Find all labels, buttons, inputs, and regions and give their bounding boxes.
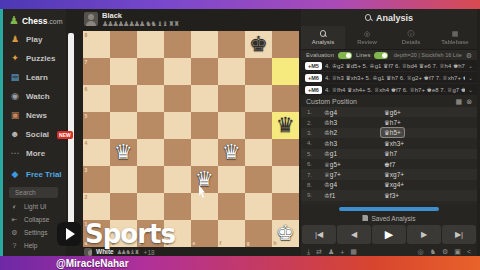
engine-line-moves: 4. ♕h3 ♛xh3+ 5. ♔g1 ♛h7 6. ♕g2+ ♚f7 7. ♕… [325,74,465,81]
sidebar-item-more[interactable]: ⋯More [0,144,66,163]
toolbar-right-group: ◎♞⚙▣< [412,248,471,256]
black-captured-pieces: ♟♟♟♟♟♟♟♟ ♞♞ ♝♝ ♜♜ [102,20,179,28]
square-d4[interactable] [164,139,191,166]
eval-badge: +M5 [305,62,322,70]
save-icon [362,215,368,221]
light-ui-icon: ◐ [10,203,19,210]
square-h8[interactable] [272,31,299,58]
analysis-panel: Analysis Analysis◎ReviewⓘDetails▦Tableba… [301,9,477,256]
square-g6[interactable] [245,85,272,112]
panel-title: Analysis [376,13,413,23]
white-captured-pieces: ♟♟♞♝♜ [117,248,139,256]
square-f4[interactable]: ♛ [218,139,245,166]
square-c8[interactable] [137,31,164,58]
square-f1[interactable]: f [218,220,245,247]
saved-analysis-button[interactable]: Saved Analysis [301,213,477,223]
square-f3[interactable] [218,166,245,193]
black-move[interactable]: ♛xg4+ [381,180,407,189]
square-g1[interactable]: g [245,220,272,247]
square-f2[interactable] [218,193,245,220]
sidebar-item-label: Puzzles [26,54,55,63]
practice-icon[interactable]: ♞ [430,248,436,256]
chess-com-analysis-page: ♟ Chess.com ♟Play✦Puzzles▤Learn◉Watch▣Ne… [0,0,480,270]
white-move[interactable]: ♔g4 [321,108,340,117]
chevron-down-icon: ⌄ [468,86,473,93]
black-move[interactable]: ♛h7 [381,149,400,158]
square-g2[interactable] [245,193,272,220]
add-icon[interactable]: + [340,249,344,256]
review-tab-icon: ◎ [364,30,370,37]
custom-position-bar: Custom Position ▦⊗ [301,96,477,107]
square-e8[interactable] [191,31,218,58]
rank-label-3: 3 [85,168,88,173]
square-c4[interactable] [137,139,164,166]
settings-icon: ⚙ [10,229,19,237]
flip-board-icon[interactable]: ⤓ [307,248,310,256]
square-c5[interactable] [137,112,164,139]
black-player-name: Black [102,12,179,20]
move-row: 8.♔g4♛xg4+ [301,180,477,190]
white-move[interactable]: ♔h2 [321,128,340,137]
white-move[interactable]: ♔g1 [321,149,340,158]
engine-line-moves: 4. ♔g2 ♛d5+ 5. ♔g1 ♛f7 6. ♕bd4 ♛e6 7. ♕h… [325,62,465,69]
move-row: 5.♔g1♛h7 [301,149,477,159]
engine-line-2[interactable]: +M64. ♕h3 ♛xh3+ 5. ♔g1 ♛h7 6. ♕g2+ ♚f7 7… [301,72,477,84]
engine-line-1[interactable]: +M54. ♔g2 ♛d5+ 5. ♔g1 ♛f7 6. ♕bd4 ♛e6 7.… [301,60,477,72]
tab-review[interactable]: ◎Review [345,26,389,49]
white-move[interactable]: ♔g4 [321,180,340,189]
evaluation-bar [68,33,74,245]
square-d8[interactable] [164,31,191,58]
sidebar-item-label: Social [25,130,49,139]
square-e7[interactable] [191,58,218,85]
white-queen-f4[interactable]: ♛ [222,142,241,163]
tab-label: Analysis [312,39,334,45]
analysis-progress-bar [339,207,439,211]
white-queen-e3[interactable]: ♛ [195,169,214,190]
new-badge: NEW [57,131,73,139]
tab-analysis[interactable]: Analysis [301,26,345,49]
sidebar-item-play[interactable]: ♟Play [0,30,66,49]
details-tab-icon: ⓘ [408,30,415,37]
diamond-icon: ◆ [10,170,20,179]
square-a7[interactable]: 7 [83,58,110,85]
black-move[interactable]: ♛f3+ [381,191,402,200]
go-start-button[interactable]: |◀ [302,225,336,244]
square-a6[interactable]: 6 [83,85,110,112]
panel-header: Analysis [301,9,477,26]
white-move[interactable]: ♔h3 [321,139,340,148]
go-end-button[interactable]: ▶| [442,225,476,244]
explorer-icon[interactable]: ◎ [418,248,424,256]
search-box[interactable] [9,187,58,198]
forward-button[interactable]: ▶ [407,225,441,244]
magnifier-icon [365,14,372,21]
help-icon: ? [10,242,19,249]
square-f6[interactable] [218,85,245,112]
square-a3[interactable]: 3 [83,166,110,193]
evaluation-toggle-label: Evaluation [306,52,334,58]
settings-icon[interactable]: ⚙ [442,248,448,256]
black-king[interactable]: ♚ [249,34,268,55]
play-logo-icon [57,222,81,246]
square-g3[interactable] [245,166,272,193]
free-trial-label: Free Trial [26,170,62,179]
close-circle-icon[interactable]: ⊗ [466,98,472,106]
black-move[interactable]: ♛h5+ [381,128,404,137]
sidebar-item-label: Watch [26,92,50,101]
square-b5[interactable] [110,112,137,139]
file-label-g: g [247,241,250,246]
black-queen[interactable]: ♛ [276,115,295,136]
sidebar-item-learn[interactable]: ▤Learn [0,68,66,87]
square-c7[interactable] [137,58,164,85]
sidebar-item-puzzles[interactable]: ✦Puzzles [0,49,66,68]
sports-watermark: Sports [57,222,175,246]
chevron-down-icon: ⌄ [468,74,473,81]
move-number: 3. [307,130,321,136]
move-row: 6.♕g5+♚f7 [301,159,477,169]
square-e1[interactable]: e [191,220,218,247]
search-input[interactable] [13,188,61,197]
square-b3[interactable] [110,166,137,193]
square-g8[interactable]: ♚ [245,31,272,58]
move-row: 4.♔h3♛xh3+ [301,138,477,148]
pawn-logo-icon: ♟ [9,15,19,26]
move-number: 9. [307,192,321,198]
square-h5[interactable]: ♛ [272,112,299,139]
black-player-row: Black ♟♟♟♟♟♟♟♟ ♞♞ ♝♝ ♜♜ [84,12,179,28]
move-number: 1. [307,109,321,115]
white-move[interactable]: ♕g7+ [321,170,344,179]
move-number: 5. [307,151,321,157]
square-a5[interactable]: 5 [83,112,110,139]
square-b2[interactable] [110,193,137,220]
square-d2[interactable] [164,193,191,220]
tab-label: Review [357,39,377,45]
top-gradient-bar [0,0,480,9]
white-king[interactable]: ♚ [276,223,295,244]
move-number: 6. [307,161,321,167]
black-avatar [84,12,98,26]
black-move[interactable]: ♛g6+ [381,108,404,117]
square-e4[interactable] [191,139,218,166]
engine-settings-row: Evaluation Lines depth=20 | Stockfish 16… [301,50,477,60]
saved-analysis-label: Saved Analysis [371,215,415,222]
move-row: 7.♕g7+♛xg7+ [301,169,477,179]
move-row: 3.♔h2♛h5+ [301,128,477,138]
engine-meta: depth=20 | Stockfish 16 Lite [394,52,462,58]
sidebar-item-watch[interactable]: ◉Watch [0,87,66,106]
footer-item-label: Collapse [24,216,49,223]
file-label-e: e [193,241,196,246]
square-h7[interactable] [272,58,299,85]
sidebar: ♟ Chess.com ♟Play✦Puzzles▤Learn◉Watch▣Ne… [0,9,66,256]
move-number: 4. [307,140,321,146]
square-e2[interactable] [191,193,218,220]
bottom-gradient-bar: @MiracleNahar [0,256,480,270]
square-e3[interactable]: ♛ [191,166,218,193]
file-label-f: f [220,241,222,246]
footer-item-label: Help [24,242,37,249]
lines-toggle[interactable] [374,52,388,59]
move-row: 9.♔f1♛f3+ [301,190,477,200]
tablebase-tab-icon: ▦ [452,30,459,37]
square-g5[interactable] [245,112,272,139]
square-e6[interactable] [191,85,218,112]
square-h2[interactable] [272,193,299,220]
sidebar-item-free-trial[interactable]: ◆ Free Trial [0,165,66,183]
move-list: 1.♔g4♛g6+2.♔h3♛h7+3.♔h2♛h5+4.♔h3♛xh3+5.♔… [301,107,477,205]
rank-label-5: 5 [85,114,88,119]
sidebar-item-news[interactable]: ▣News [0,106,66,125]
rank-label-4: 4 [85,141,88,146]
puzzles-icon: ✦ [10,54,20,63]
rank-label-6: 6 [85,87,88,92]
white-player-name: White [96,248,114,256]
rank-label-7: 7 [85,60,88,65]
chess-com-logo[interactable]: ♟ Chess.com [0,9,66,30]
brand-suffix: .com [47,18,62,25]
creator-handle: @MiracleNahar [56,258,129,269]
custom-position-title: Custom Position [306,98,357,105]
square-f7[interactable] [218,58,245,85]
footer-item-label: Light UI [24,203,46,210]
square-c3[interactable] [137,166,164,193]
social-icon: ☻ [10,130,19,139]
square-b4[interactable]: ♛ [110,139,137,166]
sidebar-item-label: Play [26,35,42,44]
evaluation-toggle[interactable] [338,52,352,59]
move-row: 1.♔g4♛g6+ [301,107,477,117]
move-number: 8. [307,182,321,188]
collapse-icon: ⇤ [10,216,19,224]
square-f8[interactable] [218,31,245,58]
square-c6[interactable] [137,85,164,112]
white-avatar [84,248,92,256]
square-a8[interactable]: 8 [83,31,110,58]
chevron-down-icon: ⌄ [468,62,473,69]
save-icon[interactable]: ▣ [454,248,461,256]
square-h4[interactable] [272,139,299,166]
square-b7[interactable] [110,58,137,85]
square-f5[interactable] [218,112,245,139]
square-g4[interactable] [245,139,272,166]
square-h1[interactable]: h♚ [272,220,299,247]
square-d6[interactable] [164,85,191,112]
news-icon: ▣ [10,111,20,120]
square-b8[interactable] [110,31,137,58]
rank-label-2: 2 [85,195,88,200]
square-a2[interactable]: 2 [83,193,110,220]
square-h6[interactable] [272,85,299,112]
chess-board[interactable]: 8♚765♛4♛♛3♛21abcdefgh♚ [83,31,299,247]
black-move[interactable]: ♛xg7+ [381,170,407,179]
black-move[interactable]: ♛xh3+ [381,139,407,148]
sidebar-item-label: News [26,111,47,120]
tab-label: Tablebase [441,39,468,45]
tab-details[interactable]: ⓘDetails [389,26,433,49]
lines-toggle-label: Lines [356,52,370,58]
watermark-text: Sports [85,222,175,246]
eval-badge: +M6 [305,86,322,94]
share-icon[interactable]: < [467,248,471,256]
tab-label: Details [402,39,420,45]
eval-badge: +M6 [305,74,322,82]
white-queen-b4[interactable]: ♛ [114,142,133,163]
grid-icon[interactable]: ▦ [350,248,357,256]
move-number: 2. [307,120,321,126]
material-score: +18 [144,249,155,256]
move-row: 2.♔h3♛h7+ [301,117,477,127]
brand-name: Chess [22,16,48,26]
learn-icon: ▤ [10,73,20,82]
watch-icon: ◉ [10,92,20,101]
sidebar-item-social[interactable]: ☻SocialNEW [0,125,66,144]
move-number: 7. [307,172,321,178]
square-h3[interactable] [272,166,299,193]
square-e5[interactable] [191,112,218,139]
swap-icon[interactable]: ⇄ [316,248,322,256]
play-icon: ♟ [10,35,20,44]
square-d3[interactable] [164,166,191,193]
more-icon: ⋯ [10,149,20,158]
white-move[interactable]: ♔f1 [321,191,338,200]
engine-line-moves: 4. ♕fh4 ♛xh4+ 5. ♕xh4 ♚f7 6. ♕h7+ ♚e8 7.… [325,86,465,93]
footer-item-label: Settings [24,229,48,236]
tab-tablebase[interactable]: ▦Tablebase [433,26,477,49]
rank-label-8: 8 [85,33,88,38]
engine-line-3[interactable]: +M64. ♕fh4 ♛xh4+ 5. ♕xh4 ♚f7 6. ♕h7+ ♚e8… [301,84,477,96]
sidebar-item-label: More [26,149,45,158]
black-move[interactable]: ♛h7+ [381,118,404,127]
engine-settings-gear-icon[interactable]: ⚙ [466,52,472,59]
sidebar-footer-light-ui[interactable]: ◐Light UI [0,200,66,213]
back-button[interactable]: ◀ [337,225,371,244]
sidebar-item-label: Learn [26,73,48,82]
white-move[interactable]: ♕g5+ [321,160,344,169]
square-g7[interactable] [245,58,272,85]
square-c2[interactable] [137,193,164,220]
board-editor-icon[interactable]: ▦ [456,98,463,106]
square-d5[interactable] [164,112,191,139]
white-player-row: White ♟♟♞♝♜ +18 [84,248,155,256]
analysis-tab-icon [320,30,327,37]
square-a4[interactable]: 4 [83,139,110,166]
white-move[interactable]: ♔h3 [321,118,340,127]
play-button[interactable]: ▶ [372,225,406,244]
square-d7[interactable] [164,58,191,85]
black-move[interactable]: ♚f7 [381,160,398,169]
square-b6[interactable] [110,85,137,112]
pieces-icon[interactable]: ♟ [328,248,334,256]
